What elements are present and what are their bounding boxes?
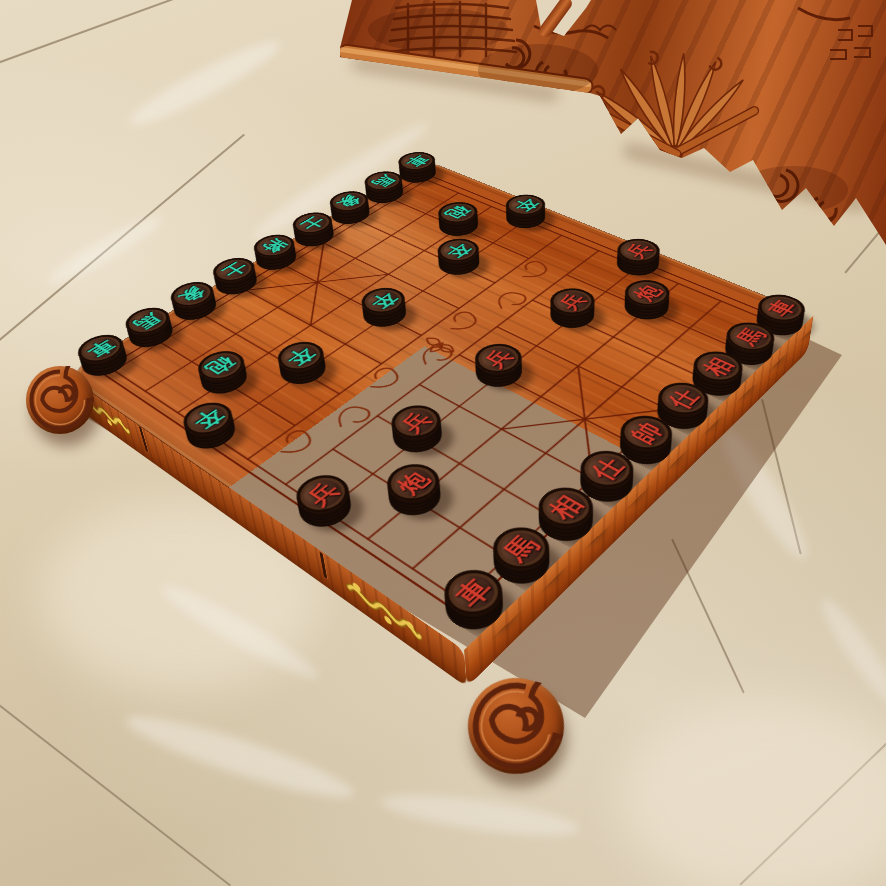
marble-vein: [44, 209, 167, 291]
piece-green-cannon[interactable]: 砲: [193, 362, 256, 403]
piece-character: 車: [764, 297, 800, 318]
piece-green-soldier[interactable]: 卒: [499, 206, 553, 235]
piece-character: 砲: [442, 204, 473, 220]
piece-character: 馬: [499, 532, 543, 565]
piece-red-soldier[interactable]: 兵: [542, 300, 603, 336]
tile-grout-line: [0, 0, 180, 66]
piece-character: 馬: [369, 173, 399, 188]
piece-character: 兵: [396, 409, 435, 435]
piece-character: 卒: [510, 197, 541, 213]
piece-character: 卒: [442, 241, 475, 259]
scroll-foot-left: [26, 366, 94, 434]
photo-scene: 車馬象士將士象馬車砲砲卒卒卒卒卒兵兵兵兵兵炮炮車馬相仕帥仕相馬車: [0, 0, 886, 886]
piece-character: 帥: [626, 419, 666, 446]
marble-vein: [124, 32, 286, 135]
marble-vein: [121, 704, 360, 811]
piece-character: 馬: [130, 311, 164, 332]
marble-vein: [379, 786, 581, 844]
piece-character: 砲: [202, 354, 238, 377]
piece-character: 車: [402, 154, 431, 168]
piece-red-soldier[interactable]: 兵: [383, 417, 451, 463]
piece-character: 兵: [302, 479, 344, 509]
piece-character: 士: [218, 260, 251, 279]
piece-character: 卒: [366, 291, 400, 311]
piece-character: 相: [544, 492, 587, 523]
piece-green-soldier[interactable]: 卒: [355, 299, 415, 335]
piece-character: 象: [333, 194, 363, 210]
piece-character: 仕: [664, 386, 703, 411]
piece-character: 車: [450, 574, 496, 610]
piece-red-cannon[interactable]: 炮: [616, 292, 677, 328]
drawer-seam[interactable]: [139, 426, 149, 453]
piece-character: 兵: [622, 241, 655, 259]
piece-character: 象: [175, 285, 209, 305]
piece-red-soldier[interactable]: 兵: [467, 355, 531, 396]
piece-character: 將: [258, 237, 290, 255]
piece-red-soldier[interactable]: 兵: [609, 251, 667, 284]
piece-red-cannon[interactable]: 炮: [379, 475, 451, 527]
piece-character: 卒: [282, 345, 318, 368]
piece-character: 兵: [480, 347, 517, 370]
piece-character: 仕: [586, 454, 628, 483]
piece-character: 兵: [555, 291, 590, 312]
piece-green-soldier[interactable]: 卒: [178, 413, 245, 458]
piece-red-soldier[interactable]: 兵: [289, 485, 361, 538]
marble-vein: [813, 592, 886, 712]
piece-character: 炮: [393, 468, 435, 497]
piece-green-soldier[interactable]: 卒: [272, 353, 335, 393]
piece-character: 炮: [630, 283, 665, 303]
piece-green-soldier[interactable]: 卒: [430, 251, 487, 283]
piece-character: 士: [297, 215, 328, 232]
marble-light-patch: [620, 700, 886, 886]
piece-character: 卒: [189, 406, 227, 432]
piece-character: 相: [699, 355, 737, 379]
piece-character: 車: [83, 338, 118, 360]
drawer-seam[interactable]: [319, 551, 327, 579]
piece-character: 馬: [732, 325, 769, 348]
